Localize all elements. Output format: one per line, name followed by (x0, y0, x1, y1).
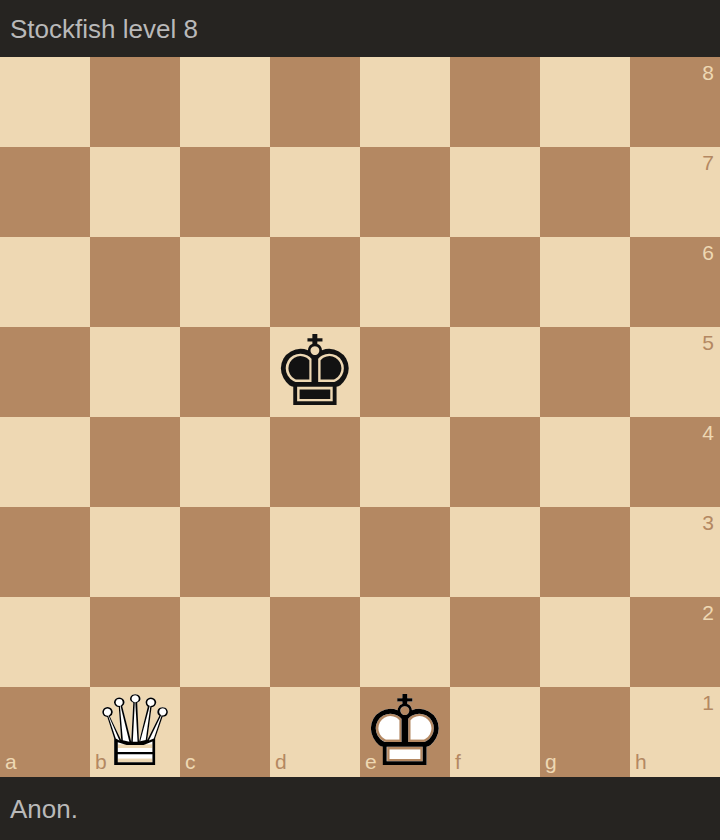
square-e7[interactable] (360, 147, 450, 237)
rank-label-4: 4 (702, 422, 714, 443)
file-label-g: g (545, 751, 557, 772)
square-c3[interactable] (180, 507, 270, 597)
square-c2[interactable] (180, 597, 270, 687)
square-a4[interactable] (0, 417, 90, 507)
file-label-a: a (5, 751, 17, 772)
square-e3[interactable] (360, 507, 450, 597)
square-c4[interactable] (180, 417, 270, 507)
square-a7[interactable] (0, 147, 90, 237)
file-label-d: d (275, 751, 287, 772)
square-d7[interactable] (270, 147, 360, 237)
square-f7[interactable] (450, 147, 540, 237)
rank-label-1: 1 (702, 692, 714, 713)
square-g6[interactable] (540, 237, 630, 327)
square-d5[interactable]: ♚ (270, 327, 360, 417)
square-h2[interactable]: 2 (630, 597, 720, 687)
rank-label-5: 5 (702, 332, 714, 353)
square-e5[interactable] (360, 327, 450, 417)
square-h8[interactable]: 8 (630, 57, 720, 147)
square-f6[interactable] (450, 237, 540, 327)
square-d4[interactable] (270, 417, 360, 507)
file-label-f: f (455, 751, 461, 772)
file-label-c: c (185, 751, 196, 772)
file-label-h: h (635, 751, 647, 772)
square-a8[interactable] (0, 57, 90, 147)
square-b3[interactable] (90, 507, 180, 597)
square-h5[interactable]: 5 (630, 327, 720, 417)
square-c8[interactable] (180, 57, 270, 147)
rank-label-6: 6 (702, 242, 714, 263)
piece-white-queen[interactable]: ♛♕ (90, 687, 180, 777)
square-e6[interactable] (360, 237, 450, 327)
square-g3[interactable] (540, 507, 630, 597)
square-f2[interactable] (450, 597, 540, 687)
square-a1[interactable]: a (0, 687, 90, 777)
square-e2[interactable] (360, 597, 450, 687)
piece-white-king[interactable]: ♚♔ (360, 687, 450, 777)
square-c1[interactable]: c (180, 687, 270, 777)
square-f8[interactable] (450, 57, 540, 147)
square-b1[interactable]: b♛♕ (90, 687, 180, 777)
square-b6[interactable] (90, 237, 180, 327)
square-a3[interactable] (0, 507, 90, 597)
square-h4[interactable]: 4 (630, 417, 720, 507)
square-g4[interactable] (540, 417, 630, 507)
square-b8[interactable] (90, 57, 180, 147)
square-h7[interactable]: 7 (630, 147, 720, 237)
square-g7[interactable] (540, 147, 630, 237)
square-b4[interactable] (90, 417, 180, 507)
white-king-outline: ♔ (360, 687, 450, 777)
white-queen-outline: ♕ (90, 687, 180, 777)
square-e1[interactable]: e♚♔ (360, 687, 450, 777)
square-h1[interactable]: 1h (630, 687, 720, 777)
square-c6[interactable] (180, 237, 270, 327)
square-e8[interactable] (360, 57, 450, 147)
square-d6[interactable] (270, 237, 360, 327)
rank-label-8: 8 (702, 62, 714, 83)
square-f5[interactable] (450, 327, 540, 417)
square-d8[interactable] (270, 57, 360, 147)
square-d2[interactable] (270, 597, 360, 687)
square-c7[interactable] (180, 147, 270, 237)
square-h6[interactable]: 6 (630, 237, 720, 327)
piece-black-king[interactable]: ♚ (270, 327, 360, 417)
square-g8[interactable] (540, 57, 630, 147)
square-f4[interactable] (450, 417, 540, 507)
square-b7[interactable] (90, 147, 180, 237)
square-e4[interactable] (360, 417, 450, 507)
square-g1[interactable]: g (540, 687, 630, 777)
rank-label-2: 2 (702, 602, 714, 623)
square-a2[interactable] (0, 597, 90, 687)
square-c5[interactable] (180, 327, 270, 417)
square-d3[interactable] (270, 507, 360, 597)
square-g2[interactable] (540, 597, 630, 687)
square-d1[interactable]: d (270, 687, 360, 777)
player-name: Anon. (10, 796, 78, 822)
black-king-glyph: ♚ (270, 327, 360, 417)
square-a5[interactable] (0, 327, 90, 417)
rank-label-3: 3 (702, 512, 714, 533)
chess-board[interactable]: 876♚5432ab♛♕cde♚♔fg1h (0, 57, 720, 777)
opponent-bar: Stockfish level 8 (0, 0, 720, 57)
opponent-name: Stockfish level 8 (10, 16, 198, 42)
square-h3[interactable]: 3 (630, 507, 720, 597)
square-a6[interactable] (0, 237, 90, 327)
rank-label-7: 7 (702, 152, 714, 173)
square-b2[interactable] (90, 597, 180, 687)
square-f1[interactable]: f (450, 687, 540, 777)
square-f3[interactable] (450, 507, 540, 597)
square-g5[interactable] (540, 327, 630, 417)
square-b5[interactable] (90, 327, 180, 417)
